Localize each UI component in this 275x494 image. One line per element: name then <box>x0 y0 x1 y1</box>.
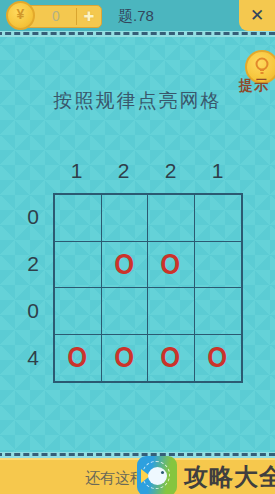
yen-symbol: ¥ <box>8 6 33 22</box>
col-clue-2: 2 <box>100 159 147 187</box>
col-clue-3: 2 <box>147 159 194 187</box>
cell-r1c3[interactable] <box>148 195 195 242</box>
game-screen: 0 ✚ ¥ 题.78 ✕ 提示 按照规律点亮网格 1 2 2 1 0 2 0 4 <box>0 0 275 494</box>
cell-r2c2[interactable]: O <box>102 242 149 289</box>
puzzle-board: O O O O O O <box>53 193 243 383</box>
cell-r3c3[interactable] <box>148 288 195 335</box>
coin-count: 0 <box>39 6 73 27</box>
top-bar: 0 ✚ ¥ 题.78 ✕ <box>0 0 275 32</box>
row-clue-3: 0 <box>16 287 50 334</box>
cell-r4c3[interactable]: O <box>148 335 195 382</box>
cell-r3c4[interactable] <box>195 288 242 335</box>
bottom-bar-text: 还有这种 <box>85 469 145 488</box>
row-clue-2: 2 <box>16 240 50 287</box>
cell-r2c4[interactable] <box>195 242 242 289</box>
cell-r3c1[interactable] <box>55 288 102 335</box>
cell-r3c2[interactable] <box>102 288 149 335</box>
cell-mark: O <box>68 343 88 372</box>
fish-eye-icon <box>161 471 164 474</box>
cell-r1c4[interactable] <box>195 195 242 242</box>
coin-icon: ¥ <box>6 1 35 30</box>
top-dashed-separator <box>0 31 275 37</box>
add-coins-button[interactable]: ✚ <box>77 6 101 27</box>
cell-r1c2[interactable] <box>102 195 149 242</box>
cell-mark: O <box>161 250 181 279</box>
row-clue-1: 0 <box>16 193 50 240</box>
cell-r2c3[interactable]: O <box>148 242 195 289</box>
cell-r4c4[interactable]: O <box>195 335 242 382</box>
column-clues: 1 2 2 1 <box>53 159 241 187</box>
level-indicator: 题.78 <box>118 7 154 26</box>
cell-mark: O <box>114 343 134 372</box>
col-clue-4: 1 <box>194 159 241 187</box>
col-clue-1: 1 <box>53 159 100 187</box>
lightbulb-icon <box>254 56 270 76</box>
cell-r2c1[interactable] <box>55 242 102 289</box>
cell-mark: O <box>161 343 181 372</box>
watermark-app-icon <box>137 456 177 494</box>
cell-r4c1[interactable]: O <box>55 335 102 382</box>
coin-counter: 0 ✚ <box>24 5 102 28</box>
fish-body-icon <box>148 467 167 485</box>
cell-mark: O <box>208 343 228 372</box>
cell-r1c1[interactable] <box>55 195 102 242</box>
cell-r4c2[interactable]: O <box>102 335 149 382</box>
cell-mark: O <box>114 250 134 279</box>
puzzle-instruction: 按照规律点亮网格 <box>0 88 275 114</box>
row-clue-4: 4 <box>16 334 50 381</box>
close-button[interactable]: ✕ <box>239 0 275 31</box>
watermark-label: 攻略大全 <box>184 461 275 493</box>
row-clues: 0 2 0 4 <box>16 193 50 381</box>
